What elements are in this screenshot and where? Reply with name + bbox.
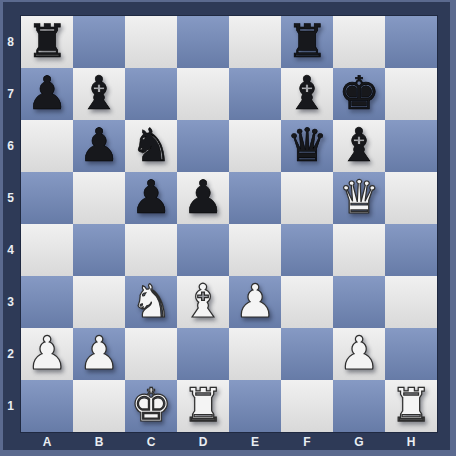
square-g4[interactable]: [333, 224, 385, 276]
square-c2[interactable]: [125, 328, 177, 380]
piece-black-pawn[interactable]: ♟: [182, 174, 223, 220]
square-a3[interactable]: [21, 276, 73, 328]
square-c7[interactable]: [125, 68, 177, 120]
rank-label-2: 2: [2, 328, 19, 380]
square-f8[interactable]: ♜: [281, 16, 333, 68]
rank-label-3: 3: [2, 276, 19, 328]
square-c3[interactable]: ♞: [125, 276, 177, 328]
square-e3[interactable]: ♟: [229, 276, 281, 328]
square-h7[interactable]: [385, 68, 437, 120]
file-label-g: G: [333, 433, 385, 451]
piece-black-knight[interactable]: ♞: [130, 122, 171, 168]
square-d7[interactable]: [177, 68, 229, 120]
square-f4[interactable]: [281, 224, 333, 276]
square-f2[interactable]: [281, 328, 333, 380]
square-a6[interactable]: [21, 120, 73, 172]
rank-label-4: 4: [2, 224, 19, 276]
piece-white-pawn[interactable]: ♟: [338, 330, 379, 376]
file-label-a: A: [21, 433, 73, 451]
square-g8[interactable]: [333, 16, 385, 68]
square-e6[interactable]: [229, 120, 281, 172]
square-h8[interactable]: [385, 16, 437, 68]
file-label-h: H: [385, 433, 437, 451]
piece-black-queen[interactable]: ♛: [286, 122, 327, 168]
piece-black-rook[interactable]: ♜: [26, 18, 67, 64]
square-d2[interactable]: [177, 328, 229, 380]
square-a5[interactable]: [21, 172, 73, 224]
piece-black-bishop[interactable]: ♝: [286, 70, 327, 116]
square-a8[interactable]: ♜: [21, 16, 73, 68]
file-label-f: F: [281, 433, 333, 451]
square-b6[interactable]: ♟: [73, 120, 125, 172]
square-c5[interactable]: ♟: [125, 172, 177, 224]
square-h1[interactable]: ♜: [385, 380, 437, 432]
square-d1[interactable]: ♜: [177, 380, 229, 432]
square-g3[interactable]: [333, 276, 385, 328]
square-g5[interactable]: ♛: [333, 172, 385, 224]
square-f3[interactable]: [281, 276, 333, 328]
square-c8[interactable]: [125, 16, 177, 68]
square-h4[interactable]: [385, 224, 437, 276]
piece-black-pawn[interactable]: ♟: [130, 174, 171, 220]
piece-black-pawn[interactable]: ♟: [26, 70, 67, 116]
piece-white-rook[interactable]: ♜: [390, 382, 431, 428]
square-f1[interactable]: [281, 380, 333, 432]
square-b7[interactable]: ♝: [73, 68, 125, 120]
square-e4[interactable]: [229, 224, 281, 276]
rank-label-1: 1: [2, 380, 19, 432]
piece-white-bishop[interactable]: ♝: [182, 278, 223, 324]
square-f5[interactable]: [281, 172, 333, 224]
square-f6[interactable]: ♛: [281, 120, 333, 172]
piece-white-king[interactable]: ♚: [130, 382, 171, 428]
square-c1[interactable]: ♚: [125, 380, 177, 432]
square-c4[interactable]: [125, 224, 177, 276]
piece-black-bishop[interactable]: ♝: [78, 70, 119, 116]
piece-black-rook[interactable]: ♜: [286, 18, 327, 64]
chess-board: ♜♜♟♝♝♚♟♞♛♝♟♟♛♞♝♟♟♟♟♚♜♜: [21, 16, 437, 432]
square-f7[interactable]: ♝: [281, 68, 333, 120]
square-e2[interactable]: [229, 328, 281, 380]
square-a1[interactable]: [21, 380, 73, 432]
square-g2[interactable]: ♟: [333, 328, 385, 380]
rank-label-6: 6: [2, 120, 19, 172]
square-d3[interactable]: ♝: [177, 276, 229, 328]
square-h5[interactable]: [385, 172, 437, 224]
square-e7[interactable]: [229, 68, 281, 120]
square-d4[interactable]: [177, 224, 229, 276]
square-g6[interactable]: ♝: [333, 120, 385, 172]
square-b3[interactable]: [73, 276, 125, 328]
square-g7[interactable]: ♚: [333, 68, 385, 120]
square-h2[interactable]: [385, 328, 437, 380]
rank-label-5: 5: [2, 172, 19, 224]
square-b2[interactable]: ♟: [73, 328, 125, 380]
square-h3[interactable]: [385, 276, 437, 328]
square-d6[interactable]: [177, 120, 229, 172]
piece-white-pawn[interactable]: ♟: [26, 330, 67, 376]
square-b4[interactable]: [73, 224, 125, 276]
file-label-b: B: [73, 433, 125, 451]
square-e1[interactable]: [229, 380, 281, 432]
piece-white-pawn[interactable]: ♟: [78, 330, 119, 376]
file-label-c: C: [125, 433, 177, 451]
square-b8[interactable]: [73, 16, 125, 68]
rank-label-7: 7: [2, 68, 19, 120]
rank-label-8: 8: [2, 16, 19, 68]
square-d8[interactable]: [177, 16, 229, 68]
piece-white-queen[interactable]: ♛: [338, 174, 379, 220]
square-e5[interactable]: [229, 172, 281, 224]
piece-white-knight[interactable]: ♞: [130, 278, 171, 324]
square-a2[interactable]: ♟: [21, 328, 73, 380]
square-b1[interactable]: [73, 380, 125, 432]
square-e8[interactable]: [229, 16, 281, 68]
square-a7[interactable]: ♟: [21, 68, 73, 120]
square-h6[interactable]: [385, 120, 437, 172]
square-b5[interactable]: [73, 172, 125, 224]
piece-black-bishop[interactable]: ♝: [338, 122, 379, 168]
square-c6[interactable]: ♞: [125, 120, 177, 172]
file-label-e: E: [229, 433, 281, 451]
chess-board-frame: ♜♜♟♝♝♚♟♞♛♝♟♟♛♞♝♟♟♟♟♚♜♜ 87654321 ABCDEFGH: [0, 0, 456, 456]
square-d5[interactable]: ♟: [177, 172, 229, 224]
square-g1[interactable]: [333, 380, 385, 432]
piece-black-king[interactable]: ♚: [338, 70, 379, 116]
file-label-d: D: [177, 433, 229, 451]
piece-white-pawn[interactable]: ♟: [234, 278, 275, 324]
piece-white-rook[interactable]: ♜: [182, 382, 223, 428]
piece-black-pawn[interactable]: ♟: [78, 122, 119, 168]
square-a4[interactable]: [21, 224, 73, 276]
